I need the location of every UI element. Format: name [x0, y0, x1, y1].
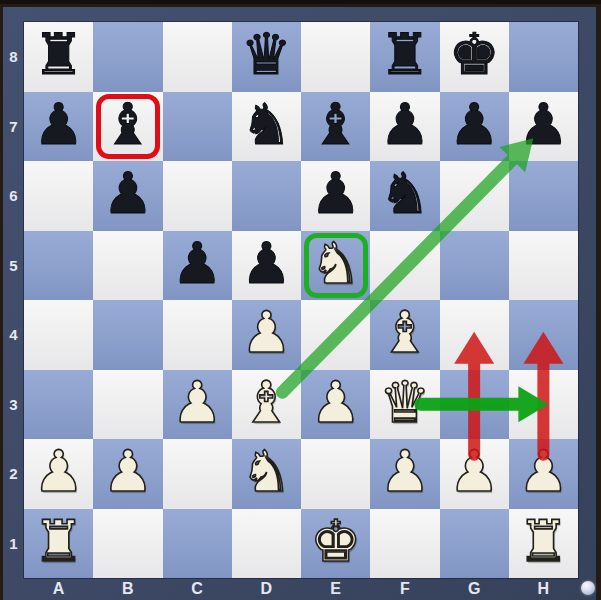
square-f2[interactable]: ♟: [370, 439, 439, 509]
piece-black-rook-f8[interactable]: ♜: [379, 26, 430, 83]
square-e1[interactable]: ♚: [301, 509, 370, 579]
piece-white-pawn-d4[interactable]: ♟: [241, 304, 292, 361]
rank-label-4: 4: [3, 300, 24, 370]
square-g1[interactable]: [440, 509, 509, 579]
square-f1[interactable]: [370, 509, 439, 579]
piece-white-queen-f3[interactable]: ♛: [379, 374, 430, 431]
square-c3[interactable]: ♟: [163, 370, 232, 440]
square-h2[interactable]: ♟: [509, 439, 578, 509]
square-f7[interactable]: ♟: [370, 92, 439, 162]
piece-white-bishop-f4[interactable]: ♝: [379, 304, 430, 361]
square-h5[interactable]: [509, 231, 578, 301]
rank-label-1: 1: [3, 509, 24, 579]
square-f4[interactable]: ♝: [370, 300, 439, 370]
square-c6[interactable]: [163, 161, 232, 231]
square-a2[interactable]: ♟: [24, 439, 93, 509]
square-d1[interactable]: [232, 509, 301, 579]
rank-label-2: 2: [3, 439, 24, 509]
piece-white-pawn-g2[interactable]: ♟: [449, 443, 500, 500]
square-e4[interactable]: [301, 300, 370, 370]
square-c7[interactable]: [163, 92, 232, 162]
piece-black-knight-d7[interactable]: ♞: [241, 96, 292, 153]
side-to-move-indicator: [581, 581, 595, 595]
square-a3[interactable]: [24, 370, 93, 440]
piece-black-pawn-e6[interactable]: ♟: [310, 165, 361, 222]
piece-black-pawn-d5[interactable]: ♟: [241, 235, 292, 292]
file-label-c: C: [163, 579, 232, 599]
rank-label-7: 7: [3, 92, 24, 162]
piece-white-pawn-a2[interactable]: ♟: [33, 443, 84, 500]
piece-black-pawn-b6[interactable]: ♟: [102, 165, 153, 222]
piece-black-pawn-a7[interactable]: ♟: [33, 96, 84, 153]
square-h8[interactable]: [509, 22, 578, 92]
square-b8[interactable]: [93, 22, 162, 92]
piece-white-king-e1[interactable]: ♚: [310, 513, 361, 570]
square-c2[interactable]: [163, 439, 232, 509]
square-g5[interactable]: [440, 231, 509, 301]
piece-white-rook-h1[interactable]: ♜: [518, 513, 569, 570]
square-c5[interactable]: ♟: [163, 231, 232, 301]
square-g7[interactable]: ♟: [440, 92, 509, 162]
square-f5[interactable]: [370, 231, 439, 301]
square-e8[interactable]: [301, 22, 370, 92]
piece-black-king-g8[interactable]: ♚: [449, 26, 500, 83]
square-d4[interactable]: ♟: [232, 300, 301, 370]
square-d3[interactable]: ♝: [232, 370, 301, 440]
square-b3[interactable]: [93, 370, 162, 440]
square-b5[interactable]: [93, 231, 162, 301]
file-label-a: A: [24, 579, 93, 599]
square-f6[interactable]: ♞: [370, 161, 439, 231]
square-b7[interactable]: ♝: [93, 92, 162, 162]
piece-white-rook-a1[interactable]: ♜: [33, 513, 84, 570]
square-e5[interactable]: ♞: [301, 231, 370, 301]
square-c8[interactable]: [163, 22, 232, 92]
square-g8[interactable]: ♚: [440, 22, 509, 92]
piece-white-pawn-c3[interactable]: ♟: [172, 374, 223, 431]
piece-black-bishop-b7[interactable]: ♝: [102, 96, 153, 153]
frame-top-edge: [0, 0, 601, 4]
piece-white-knight-e5[interactable]: ♞: [310, 235, 361, 292]
piece-white-bishop-d3[interactable]: ♝: [241, 374, 292, 431]
square-a1[interactable]: ♜: [24, 509, 93, 579]
piece-black-bishop-e7[interactable]: ♝: [310, 96, 361, 153]
file-label-h: H: [509, 579, 578, 599]
square-e3[interactable]: ♟: [301, 370, 370, 440]
piece-black-pawn-f7[interactable]: ♟: [379, 96, 430, 153]
square-d8[interactable]: ♛: [232, 22, 301, 92]
square-d6[interactable]: [232, 161, 301, 231]
piece-black-pawn-c5[interactable]: ♟: [172, 235, 223, 292]
piece-white-pawn-h2[interactable]: ♟: [518, 443, 569, 500]
square-a4[interactable]: [24, 300, 93, 370]
square-d7[interactable]: ♞: [232, 92, 301, 162]
rank-label-5: 5: [3, 231, 24, 301]
square-h7[interactable]: ♟: [509, 92, 578, 162]
square-b6[interactable]: ♟: [93, 161, 162, 231]
file-label-d: D: [232, 579, 301, 599]
piece-white-pawn-e3[interactable]: ♟: [310, 374, 361, 431]
piece-white-pawn-b2[interactable]: ♟: [102, 443, 153, 500]
file-label-g: G: [440, 579, 509, 599]
piece-black-rook-a8[interactable]: ♜: [33, 26, 84, 83]
square-h1[interactable]: ♜: [509, 509, 578, 579]
square-f3[interactable]: ♛: [370, 370, 439, 440]
rank-label-8: 8: [3, 22, 24, 92]
chess-board: ♜♛♜♚♟♝♞♝♟♟♟♟♟♞♟♟♞♟♝♟♝♟♛♟♟♞♟♟♟♜♚♜: [24, 22, 578, 578]
piece-black-pawn-h7[interactable]: ♟: [518, 96, 569, 153]
square-c1[interactable]: [163, 509, 232, 579]
square-b2[interactable]: ♟: [93, 439, 162, 509]
square-g2[interactable]: ♟: [440, 439, 509, 509]
file-label-f: F: [370, 579, 439, 599]
square-e7[interactable]: ♝: [301, 92, 370, 162]
square-d2[interactable]: ♞: [232, 439, 301, 509]
file-label-e: E: [301, 579, 370, 599]
square-a5[interactable]: [24, 231, 93, 301]
piece-black-pawn-g7[interactable]: ♟: [449, 96, 500, 153]
square-g6[interactable]: [440, 161, 509, 231]
square-a6[interactable]: [24, 161, 93, 231]
square-h4[interactable]: [509, 300, 578, 370]
rank-label-6: 6: [3, 161, 24, 231]
square-a8[interactable]: ♜: [24, 22, 93, 92]
square-b4[interactable]: [93, 300, 162, 370]
square-e6[interactable]: ♟: [301, 161, 370, 231]
square-e2[interactable]: [301, 439, 370, 509]
square-g4[interactable]: [440, 300, 509, 370]
square-a7[interactable]: ♟: [24, 92, 93, 162]
piece-black-knight-f6[interactable]: ♞: [379, 165, 430, 222]
file-label-b: B: [93, 579, 162, 599]
square-h6[interactable]: [509, 161, 578, 231]
piece-white-pawn-f2[interactable]: ♟: [379, 443, 430, 500]
square-d5[interactable]: ♟: [232, 231, 301, 301]
square-b1[interactable]: [93, 509, 162, 579]
rank-label-3: 3: [3, 370, 24, 440]
square-f8[interactable]: ♜: [370, 22, 439, 92]
square-h3[interactable]: [509, 370, 578, 440]
square-g3[interactable]: [440, 370, 509, 440]
piece-white-knight-d2[interactable]: ♞: [241, 443, 292, 500]
piece-black-queen-d8[interactable]: ♛: [241, 26, 292, 83]
square-c4[interactable]: [163, 300, 232, 370]
